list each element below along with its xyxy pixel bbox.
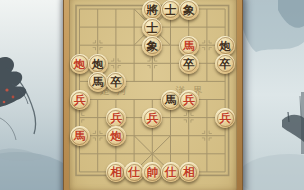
piece-black-cannon[interactable]: 炮	[215, 36, 235, 56]
ink-painting-left-svg	[0, 0, 66, 190]
piece-character: 兵	[142, 108, 162, 128]
piece-red-advisor[interactable]: 仕	[124, 162, 144, 182]
piece-red-general[interactable]: 帥	[142, 162, 162, 182]
piece-red-soldier[interactable]: 兵	[106, 108, 126, 128]
piece-red-cannon[interactable]: 炮	[70, 54, 90, 74]
piece-character: 仕	[124, 162, 144, 182]
piece-red-soldier[interactable]: 兵	[215, 108, 235, 128]
piece-black-cannon[interactable]: 炮	[88, 54, 108, 74]
piece-black-advisor[interactable]: 士	[161, 0, 181, 20]
piece-character: 炮	[215, 36, 235, 56]
background-painting-left	[0, 0, 66, 190]
piece-character: 炮	[70, 54, 90, 74]
piece-red-horse[interactable]: 馬	[179, 36, 199, 56]
piece-red-advisor[interactable]: 仕	[161, 162, 181, 182]
piece-character: 士	[161, 0, 181, 20]
piece-black-elephant[interactable]: 象	[142, 36, 162, 56]
piece-black-soldier[interactable]: 卒	[106, 72, 126, 92]
piece-red-elephant[interactable]: 相	[106, 162, 126, 182]
piece-character: 兵	[106, 108, 126, 128]
piece-black-soldier[interactable]: 卒	[179, 54, 199, 74]
piece-black-soldier[interactable]: 卒	[215, 54, 235, 74]
piece-character: 相	[106, 162, 126, 182]
piece-red-cannon[interactable]: 炮	[106, 126, 126, 146]
piece-character: 馬	[161, 90, 181, 110]
piece-red-soldier[interactable]: 兵	[142, 108, 162, 128]
piece-character: 兵	[215, 108, 235, 128]
piece-character: 馬	[70, 126, 90, 146]
piece-red-soldier[interactable]: 兵	[70, 90, 90, 110]
piece-character: 卒	[179, 54, 199, 74]
piece-red-soldier[interactable]: 兵	[179, 90, 199, 110]
painting-edge	[301, 92, 304, 154]
piece-character: 象	[142, 36, 162, 56]
piece-character: 將	[142, 0, 162, 20]
piece-character: 炮	[88, 54, 108, 74]
piece-character: 相	[179, 162, 199, 182]
background-painting-right	[238, 0, 304, 190]
piece-black-advisor[interactable]: 士	[142, 18, 162, 38]
piece-character: 兵	[70, 90, 90, 110]
ink-painting-right-svg	[238, 0, 304, 190]
piece-red-horse[interactable]: 馬	[70, 126, 90, 146]
piece-character: 象	[179, 0, 199, 20]
piece-character: 兵	[179, 90, 199, 110]
piece-character: 炮	[106, 126, 126, 146]
piece-character: 卒	[106, 72, 126, 92]
piece-red-elephant[interactable]: 相	[179, 162, 199, 182]
piece-black-horse[interactable]: 馬	[88, 72, 108, 92]
piece-character: 士	[142, 18, 162, 38]
piece-black-horse[interactable]: 馬	[161, 90, 181, 110]
piece-character: 仕	[161, 162, 181, 182]
piece-character: 馬	[179, 36, 199, 56]
piece-character: 馬	[88, 72, 108, 92]
piece-character: 卒	[215, 54, 235, 74]
app-screen: 楚河 漢界 將士象士象馬炮炮炮卒卒馬卒兵馬兵兵兵兵馬炮相仕帥仕相	[0, 0, 304, 190]
piece-black-general[interactable]: 將	[142, 0, 162, 20]
piece-black-elephant[interactable]: 象	[179, 0, 199, 20]
piece-character: 帥	[142, 162, 162, 182]
